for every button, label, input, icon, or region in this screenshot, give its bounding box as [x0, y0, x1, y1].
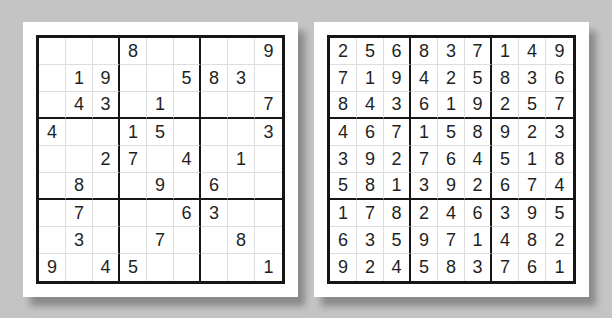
solution-cell-r5c1: 3 [330, 146, 357, 173]
puzzle-cell-r7c1[interactable] [39, 200, 66, 227]
solution-cell-r3c5: 1 [438, 92, 465, 119]
puzzle-cell-r9c9[interactable]: 1 [255, 254, 282, 281]
solution-cell-r5c3: 2 [384, 146, 411, 173]
solution-cell-r7c2: 7 [357, 200, 384, 227]
solution-card: 2568371497194258368436192574671589233927… [314, 22, 589, 297]
puzzle-cell-r8c2[interactable]: 3 [66, 227, 93, 254]
solution-cell-r1c2: 5 [357, 38, 384, 65]
puzzle-cell-r8c8[interactable]: 8 [228, 227, 255, 254]
puzzle-cell-r2c7[interactable]: 8 [201, 65, 228, 92]
solution-cell-r9c2: 2 [357, 254, 384, 281]
solution-cell-r6c8: 7 [519, 173, 546, 200]
solution-cell-r9c3: 4 [384, 254, 411, 281]
puzzle-cell-r4c8[interactable] [228, 119, 255, 146]
solution-cell-r9c6: 3 [465, 254, 492, 281]
puzzle-cell-r3c7[interactable] [201, 92, 228, 119]
puzzle-cell-r5c7[interactable] [201, 146, 228, 173]
solution-cell-r1c4: 8 [411, 38, 438, 65]
solution-cell-r8c2: 3 [357, 227, 384, 254]
solution-cell-r3c1: 8 [330, 92, 357, 119]
solution-cell-r8c7: 4 [492, 227, 519, 254]
solution-cell-r9c4: 5 [411, 254, 438, 281]
solution-cell-r7c3: 8 [384, 200, 411, 227]
puzzle-cell-r8c6[interactable] [174, 227, 201, 254]
solution-cell-r6c5: 9 [438, 173, 465, 200]
solution-cell-r2c7: 8 [492, 65, 519, 92]
solution-cell-r9c7: 7 [492, 254, 519, 281]
puzzle-cell-r2c5[interactable] [147, 65, 174, 92]
solution-cell-r8c4: 9 [411, 227, 438, 254]
puzzle-cell-r5c6[interactable]: 4 [174, 146, 201, 173]
puzzle-cell-r8c5[interactable]: 7 [147, 227, 174, 254]
puzzle-cell-r8c3[interactable] [93, 227, 120, 254]
puzzle-cell-r6c8[interactable] [228, 173, 255, 200]
solution-cell-r3c3: 3 [384, 92, 411, 119]
puzzle-cell-r3c2[interactable]: 4 [66, 92, 93, 119]
puzzle-cell-r6c4[interactable] [120, 173, 147, 200]
solution-cell-r7c6: 6 [465, 200, 492, 227]
solution-cell-r4c2: 6 [357, 119, 384, 146]
solution-cell-r6c4: 3 [411, 173, 438, 200]
puzzle-cell-r2c6[interactable]: 5 [174, 65, 201, 92]
solution-cell-r2c4: 4 [411, 65, 438, 92]
puzzle-cell-r6c3[interactable] [93, 173, 120, 200]
puzzle-cell-r4c6[interactable] [174, 119, 201, 146]
solution-cell-r7c9: 5 [546, 200, 573, 227]
puzzle-cell-r5c4[interactable]: 7 [120, 146, 147, 173]
solution-cell-r6c9: 4 [546, 173, 573, 200]
puzzle-cell-r4c9[interactable]: 3 [255, 119, 282, 146]
solution-cell-r4c6: 8 [465, 119, 492, 146]
solution-cell-r6c3: 1 [384, 173, 411, 200]
solution-cell-r4c7: 9 [492, 119, 519, 146]
puzzle-cell-r5c8[interactable]: 1 [228, 146, 255, 173]
puzzle-cell-r1c8[interactable] [228, 38, 255, 65]
solution-cell-r1c9: 9 [546, 38, 573, 65]
solution-cell-r2c9: 6 [546, 65, 573, 92]
puzzle-cell-r7c7[interactable]: 3 [201, 200, 228, 227]
solution-cell-r3c7: 2 [492, 92, 519, 119]
solution-cell-r5c6: 4 [465, 146, 492, 173]
puzzle-cell-r9c4[interactable]: 5 [120, 254, 147, 281]
puzzle-cell-r8c9[interactable] [255, 227, 282, 254]
solution-cell-r6c7: 6 [492, 173, 519, 200]
puzzle-cell-r2c9[interactable] [255, 65, 282, 92]
solution-cell-r7c1: 1 [330, 200, 357, 227]
puzzle-cell-r1c9[interactable]: 9 [255, 38, 282, 65]
puzzle-cell-r2c3[interactable]: 9 [93, 65, 120, 92]
puzzle-cell-r9c7[interactable] [201, 254, 228, 281]
solution-cell-r1c6: 7 [465, 38, 492, 65]
puzzle-cell-r7c4[interactable] [120, 200, 147, 227]
puzzle-cell-r2c2[interactable]: 1 [66, 65, 93, 92]
solution-cell-r3c9: 7 [546, 92, 573, 119]
solution-cell-r7c7: 3 [492, 200, 519, 227]
solution-cell-r5c4: 7 [411, 146, 438, 173]
puzzle-cell-r1c1[interactable] [39, 38, 66, 65]
puzzle-cell-r9c8[interactable] [228, 254, 255, 281]
solution-cell-r2c5: 2 [438, 65, 465, 92]
puzzle-cell-r6c1[interactable] [39, 173, 66, 200]
puzzle-cell-r7c9[interactable] [255, 200, 282, 227]
puzzle-cell-r3c1[interactable] [39, 92, 66, 119]
solution-cell-r3c4: 6 [411, 92, 438, 119]
puzzle-card: 89195834317415327418967633789451 [23, 22, 298, 297]
solution-cell-r4c5: 5 [438, 119, 465, 146]
solution-board: 2568371497194258368436192574671589233927… [327, 35, 576, 284]
puzzle-cell-r1c6[interactable] [174, 38, 201, 65]
puzzle-cell-r4c7[interactable] [201, 119, 228, 146]
puzzle-cell-r3c5[interactable]: 1 [147, 92, 174, 119]
puzzle-cell-r9c2[interactable] [66, 254, 93, 281]
puzzle-cell-r6c6[interactable] [174, 173, 201, 200]
puzzle-cell-r5c1[interactable] [39, 146, 66, 173]
puzzle-cell-r7c5[interactable] [147, 200, 174, 227]
puzzle-cell-r1c7[interactable] [201, 38, 228, 65]
solution-cell-r8c8: 8 [519, 227, 546, 254]
background: 89195834317415327418967633789451 2568371… [0, 0, 612, 318]
puzzle-cell-r6c2[interactable]: 8 [66, 173, 93, 200]
puzzle-cell-r5c5[interactable] [147, 146, 174, 173]
solution-cell-r3c8: 5 [519, 92, 546, 119]
solution-cell-r7c8: 9 [519, 200, 546, 227]
solution-cell-r9c1: 9 [330, 254, 357, 281]
puzzle-cell-r7c6[interactable]: 6 [174, 200, 201, 227]
solution-cell-r7c5: 4 [438, 200, 465, 227]
puzzle-cell-r6c5[interactable]: 9 [147, 173, 174, 200]
puzzle-cell-r4c1[interactable]: 4 [39, 119, 66, 146]
solution-cell-r5c8: 1 [519, 146, 546, 173]
puzzle-cell-r3c9[interactable]: 7 [255, 92, 282, 119]
solution-cell-r6c6: 2 [465, 173, 492, 200]
solution-cell-r9c5: 8 [438, 254, 465, 281]
puzzle-cell-r3c3[interactable]: 3 [93, 92, 120, 119]
puzzle-cell-r4c4[interactable]: 1 [120, 119, 147, 146]
puzzle-cell-r8c4[interactable] [120, 227, 147, 254]
puzzle-cell-r9c6[interactable] [174, 254, 201, 281]
solution-cell-r9c8: 6 [519, 254, 546, 281]
puzzle-cell-r4c5[interactable]: 5 [147, 119, 174, 146]
solution-cell-r2c6: 5 [465, 65, 492, 92]
puzzle-cell-r1c2[interactable] [66, 38, 93, 65]
solution-cell-r5c2: 9 [357, 146, 384, 173]
puzzle-cell-r9c1[interactable]: 9 [39, 254, 66, 281]
puzzle-cell-r1c4[interactable]: 8 [120, 38, 147, 65]
puzzle-cell-r3c6[interactable] [174, 92, 201, 119]
solution-cell-r7c4: 2 [411, 200, 438, 227]
solution-cell-r9c9: 1 [546, 254, 573, 281]
solution-cell-r5c5: 6 [438, 146, 465, 173]
solution-cell-r2c3: 9 [384, 65, 411, 92]
solution-cell-r1c5: 3 [438, 38, 465, 65]
puzzle-cell-r8c7[interactable] [201, 227, 228, 254]
puzzle-cell-r7c2[interactable]: 7 [66, 200, 93, 227]
solution-cell-r4c3: 7 [384, 119, 411, 146]
solution-cell-r4c9: 3 [546, 119, 573, 146]
solution-cell-r3c2: 4 [357, 92, 384, 119]
puzzle-cell-r2c4[interactable] [120, 65, 147, 92]
puzzle-cell-r6c7[interactable]: 6 [201, 173, 228, 200]
solution-cell-r6c2: 8 [357, 173, 384, 200]
solution-cell-r8c6: 1 [465, 227, 492, 254]
puzzle-cell-r4c2[interactable] [66, 119, 93, 146]
puzzle-cell-r6c9[interactable] [255, 173, 282, 200]
solution-cell-r8c1: 6 [330, 227, 357, 254]
solution-cell-r1c3: 6 [384, 38, 411, 65]
puzzle-cell-r1c3[interactable] [93, 38, 120, 65]
puzzle-cell-r3c4[interactable] [120, 92, 147, 119]
puzzle-cell-r5c9[interactable] [255, 146, 282, 173]
puzzle-cell-r5c2[interactable] [66, 146, 93, 173]
puzzle-cell-r1c5[interactable] [147, 38, 174, 65]
solution-cell-r8c3: 5 [384, 227, 411, 254]
puzzle-cell-r2c8[interactable]: 3 [228, 65, 255, 92]
solution-cell-r5c7: 5 [492, 146, 519, 173]
solution-cell-r4c8: 2 [519, 119, 546, 146]
solution-cell-r8c5: 7 [438, 227, 465, 254]
puzzle-cell-r3c8[interactable] [228, 92, 255, 119]
puzzle-cell-r7c3[interactable] [93, 200, 120, 227]
puzzle-cell-r7c8[interactable] [228, 200, 255, 227]
solution-cell-r1c8: 4 [519, 38, 546, 65]
puzzle-cell-r8c1[interactable] [39, 227, 66, 254]
solution-cell-r1c1: 2 [330, 38, 357, 65]
puzzle-board: 89195834317415327418967633789451 [36, 35, 285, 284]
puzzle-cell-r2c1[interactable] [39, 65, 66, 92]
puzzle-cell-r9c5[interactable] [147, 254, 174, 281]
solution-cell-r2c2: 1 [357, 65, 384, 92]
solution-cell-r4c1: 4 [330, 119, 357, 146]
solution-cell-r5c9: 8 [546, 146, 573, 173]
solution-cell-r2c1: 7 [330, 65, 357, 92]
solution-cell-r4c4: 1 [411, 119, 438, 146]
solution-cell-r6c1: 5 [330, 173, 357, 200]
solution-cell-r2c8: 3 [519, 65, 546, 92]
solution-cell-r3c6: 9 [465, 92, 492, 119]
puzzle-cell-r4c3[interactable] [93, 119, 120, 146]
puzzle-cell-r9c3[interactable]: 4 [93, 254, 120, 281]
puzzle-cell-r5c3[interactable]: 2 [93, 146, 120, 173]
solution-cell-r1c7: 1 [492, 38, 519, 65]
solution-cell-r8c9: 2 [546, 227, 573, 254]
